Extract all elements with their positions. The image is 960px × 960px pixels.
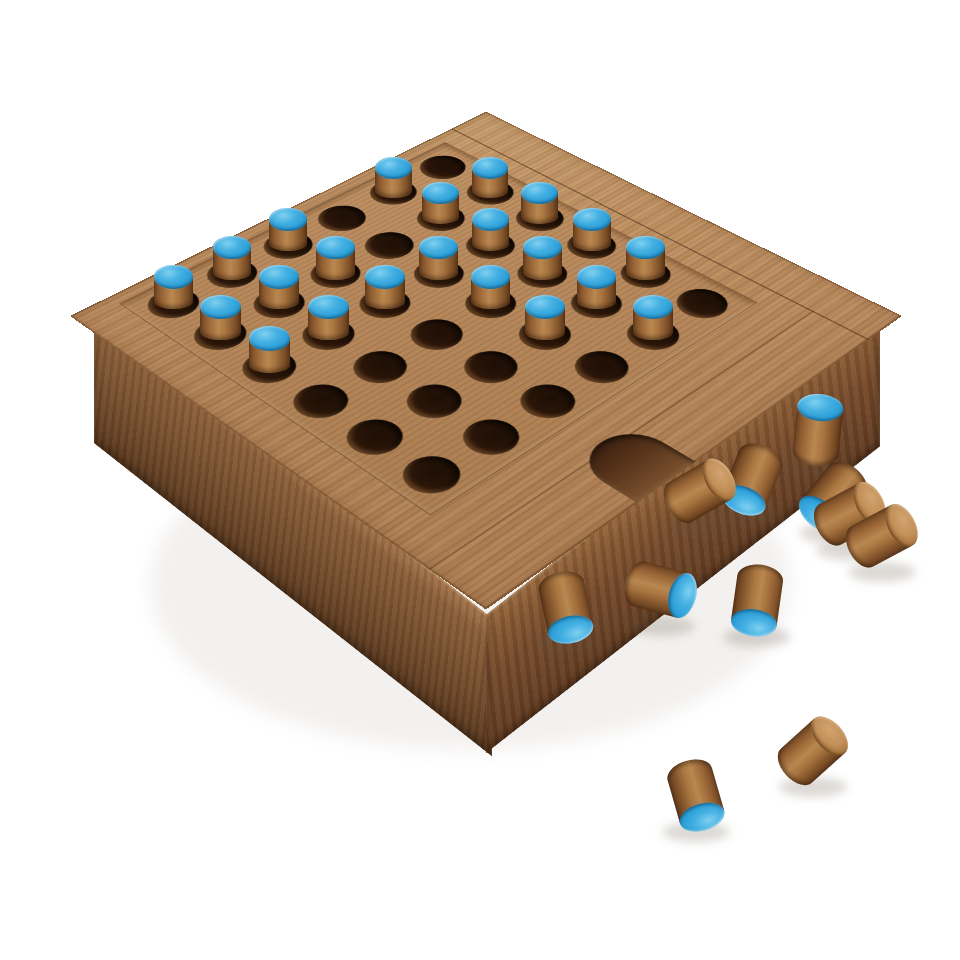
peg-r4c2[interactable] — [308, 295, 349, 341]
peg-r3c2[interactable] — [365, 265, 405, 310]
peg-r5c1[interactable] — [200, 295, 241, 341]
peg-r1c4[interactable] — [577, 265, 617, 310]
peg-r5c0-blue-cap-icon — [154, 265, 194, 289]
peg-r1c0[interactable] — [375, 157, 411, 198]
peg-r1c5[interactable] — [633, 295, 674, 341]
peg-r0c1-blue-cap-icon — [472, 157, 508, 179]
peg-r3c1[interactable] — [316, 236, 355, 280]
peg-r1c1[interactable] — [422, 182, 459, 224]
peg-r4c1-blue-cap-icon — [259, 265, 299, 289]
peg-r2c3[interactable] — [471, 265, 511, 310]
peg-r0c1[interactable] — [472, 157, 508, 198]
peg-r0c4-blue-cap-icon — [626, 236, 665, 259]
peg-r1c3[interactable] — [523, 236, 562, 280]
peg-r1c3-blue-cap-icon — [523, 236, 562, 259]
peg-r4c0[interactable] — [213, 236, 252, 280]
peg-r1c4-blue-cap-icon — [577, 265, 617, 289]
peg-r3c1-blue-cap-icon — [316, 236, 355, 259]
peg-r0c4[interactable] — [626, 236, 665, 280]
loose-peg-11[interactable] — [771, 710, 855, 792]
peg-r5c1-blue-cap-icon — [200, 295, 241, 319]
peg-r3c2-blue-cap-icon — [365, 265, 405, 289]
peg-r2c3-blue-cap-icon — [471, 265, 511, 289]
peg-r0c3[interactable] — [573, 208, 611, 251]
peg-r4c1[interactable] — [259, 265, 299, 310]
peg-r0c2[interactable] — [521, 182, 558, 224]
peg-r1c0-blue-cap-icon — [375, 157, 411, 179]
peg-r5c0[interactable] — [154, 265, 194, 310]
peg-r5c2[interactable] — [249, 326, 291, 373]
peg-r1c2[interactable] — [472, 208, 510, 251]
peg-r3c0[interactable] — [269, 208, 307, 251]
peg-r0c3-blue-cap-icon — [573, 208, 611, 231]
peg-r4c2-blue-cap-icon — [308, 295, 349, 319]
stage — [0, 0, 960, 960]
peg-r2c4[interactable] — [525, 295, 566, 341]
peg-r2c2[interactable] — [419, 236, 458, 280]
